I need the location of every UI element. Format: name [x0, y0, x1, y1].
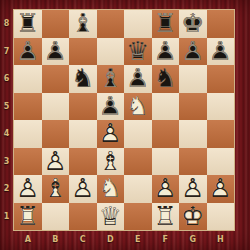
- square-d3[interactable]: ♝♗: [97, 148, 125, 176]
- chess-board: ♜♖♝♗♜♖♚♔♟♙♟♙♛♕♟♙♟♙♟♙♞♘♝♗♟♙♞♘♟♙♞♘♟♙♟♙♝♗♟♙…: [14, 10, 234, 230]
- square-e5[interactable]: ♞♘: [124, 93, 152, 121]
- square-a2[interactable]: ♟♙: [14, 175, 42, 203]
- piece-black-king[interactable]: ♚♔: [179, 10, 207, 38]
- piece-outline: ♙: [16, 175, 39, 203]
- piece-glyph: ♟: [181, 175, 204, 203]
- piece-white-pawn[interactable]: ♟♙: [69, 175, 97, 203]
- rank-label-6: 6: [0, 65, 13, 93]
- square-f5[interactable]: [152, 93, 180, 121]
- square-b3[interactable]: ♟♙: [42, 148, 70, 176]
- piece-outline: ♖: [154, 203, 177, 231]
- piece-outline: ♙: [16, 38, 39, 66]
- piece-black-rook[interactable]: ♜♖: [152, 10, 180, 38]
- square-b1[interactable]: [42, 203, 70, 231]
- piece-outline: ♗: [44, 175, 67, 203]
- square-a1[interactable]: ♜♖: [14, 203, 42, 231]
- piece-outline: ♗: [99, 65, 122, 93]
- piece-glyph: ♟: [16, 175, 39, 203]
- square-a5[interactable]: [14, 93, 42, 121]
- piece-outline: ♙: [71, 175, 94, 203]
- piece-glyph: ♞: [99, 175, 122, 203]
- piece-glyph: ♜: [154, 203, 177, 231]
- square-g1[interactable]: ♚♔: [179, 203, 207, 231]
- square-f3[interactable]: [152, 148, 180, 176]
- board-edge: ♜♖♝♗♜♖♚♔♟♙♟♙♛♕♟♙♟♙♟♙♞♘♝♗♟♙♞♘♟♙♞♘♟♙♟♙♝♗♟♙…: [13, 9, 235, 231]
- square-c8[interactable]: ♝♗: [69, 10, 97, 38]
- file-label-c: C: [69, 231, 97, 248]
- square-f2[interactable]: ♟♙: [152, 175, 180, 203]
- square-e4[interactable]: [124, 120, 152, 148]
- square-b8[interactable]: [42, 10, 70, 38]
- piece-glyph: ♞: [71, 65, 94, 93]
- piece-white-knight[interactable]: ♞♘: [124, 93, 152, 121]
- square-e1[interactable]: [124, 203, 152, 231]
- piece-white-bishop[interactable]: ♝♗: [42, 175, 70, 203]
- square-h7[interactable]: ♟♙: [207, 38, 235, 66]
- piece-glyph: ♟: [44, 38, 67, 66]
- piece-outline: ♔: [181, 10, 204, 38]
- piece-glyph: ♟: [209, 175, 232, 203]
- square-h4[interactable]: [207, 120, 235, 148]
- piece-glyph: ♟: [71, 175, 94, 203]
- piece-outline: ♙: [126, 65, 149, 93]
- square-a3[interactable]: [14, 148, 42, 176]
- rank-label-8: 8: [0, 10, 13, 38]
- square-h6[interactable]: [207, 65, 235, 93]
- piece-black-pawn[interactable]: ♟♙: [97, 93, 125, 121]
- file-label-b: B: [42, 231, 70, 248]
- square-a7[interactable]: ♟♙: [14, 38, 42, 66]
- piece-glyph: ♛: [99, 203, 122, 231]
- file-label-f: F: [152, 231, 180, 248]
- piece-outline: ♘: [154, 65, 177, 93]
- file-label-e: E: [124, 231, 152, 248]
- piece-glyph: ♞: [126, 93, 149, 121]
- square-c4[interactable]: [69, 120, 97, 148]
- piece-outline: ♕: [99, 203, 122, 231]
- square-b5[interactable]: [42, 93, 70, 121]
- square-e6[interactable]: ♟♙: [124, 65, 152, 93]
- piece-glyph: ♞: [154, 65, 177, 93]
- piece-white-pawn[interactable]: ♟♙: [179, 175, 207, 203]
- square-f6[interactable]: ♞♘: [152, 65, 180, 93]
- file-labels: ABCDEFGH: [14, 231, 234, 248]
- piece-white-pawn[interactable]: ♟♙: [152, 175, 180, 203]
- square-e8[interactable]: [124, 10, 152, 38]
- square-d6[interactable]: ♝♗: [97, 65, 125, 93]
- piece-white-pawn[interactable]: ♟♙: [207, 175, 235, 203]
- piece-outline: ♙: [99, 93, 122, 121]
- piece-glyph: ♟: [126, 65, 149, 93]
- piece-outline: ♙: [209, 38, 232, 66]
- piece-outline: ♙: [209, 175, 232, 203]
- piece-black-knight[interactable]: ♞♘: [152, 65, 180, 93]
- piece-black-rook[interactable]: ♜♖: [14, 10, 42, 38]
- square-e3[interactable]: [124, 148, 152, 176]
- piece-outline: ♘: [71, 65, 94, 93]
- square-f1[interactable]: ♜♖: [152, 203, 180, 231]
- piece-outline: ♙: [181, 38, 204, 66]
- square-e2[interactable]: [124, 175, 152, 203]
- piece-glyph: ♝: [99, 148, 122, 176]
- square-d1[interactable]: ♛♕: [97, 203, 125, 231]
- rank-label-7: 7: [0, 38, 13, 66]
- piece-glyph: ♝: [44, 175, 67, 203]
- square-b4[interactable]: [42, 120, 70, 148]
- square-f4[interactable]: [152, 120, 180, 148]
- piece-white-queen[interactable]: ♛♕: [97, 203, 125, 231]
- piece-white-bishop[interactable]: ♝♗: [97, 148, 125, 176]
- piece-glyph: ♟: [44, 148, 67, 176]
- piece-glyph: ♜: [16, 10, 39, 38]
- square-b7[interactable]: ♟♙: [42, 38, 70, 66]
- square-a8[interactable]: ♜♖: [14, 10, 42, 38]
- rank-label-3: 3: [0, 148, 13, 176]
- piece-black-pawn[interactable]: ♟♙: [152, 38, 180, 66]
- square-g2[interactable]: ♟♙: [179, 175, 207, 203]
- square-c6[interactable]: ♞♘: [69, 65, 97, 93]
- piece-glyph: ♟: [154, 175, 177, 203]
- piece-glyph: ♟: [209, 38, 232, 66]
- square-g3[interactable]: [179, 148, 207, 176]
- piece-black-pawn[interactable]: ♟♙: [179, 38, 207, 66]
- piece-white-king[interactable]: ♚♔: [179, 203, 207, 231]
- piece-black-pawn[interactable]: ♟♙: [42, 38, 70, 66]
- square-c3[interactable]: [69, 148, 97, 176]
- piece-outline: ♙: [154, 38, 177, 66]
- square-g8[interactable]: ♚♔: [179, 10, 207, 38]
- piece-black-pawn[interactable]: ♟♙: [124, 65, 152, 93]
- piece-glyph: ♝: [71, 10, 94, 38]
- square-c2[interactable]: ♟♙: [69, 175, 97, 203]
- square-f8[interactable]: ♜♖: [152, 10, 180, 38]
- piece-outline: ♙: [181, 175, 204, 203]
- piece-outline: ♖: [154, 10, 177, 38]
- piece-outline: ♘: [126, 93, 149, 121]
- square-d5[interactable]: ♟♙: [97, 93, 125, 121]
- piece-glyph: ♜: [154, 10, 177, 38]
- piece-white-rook[interactable]: ♜♖: [14, 203, 42, 231]
- square-e7[interactable]: ♛♕: [124, 38, 152, 66]
- piece-black-queen[interactable]: ♛♕: [124, 38, 152, 66]
- piece-outline: ♖: [16, 203, 39, 231]
- piece-glyph: ♟: [99, 120, 122, 148]
- file-label-a: A: [14, 231, 42, 248]
- square-h3[interactable]: [207, 148, 235, 176]
- square-d7[interactable]: [97, 38, 125, 66]
- rank-label-4: 4: [0, 120, 13, 148]
- piece-outline: ♙: [99, 120, 122, 148]
- rank-labels: 87654321: [0, 10, 13, 230]
- piece-white-rook[interactable]: ♜♖: [152, 203, 180, 231]
- square-c7[interactable]: [69, 38, 97, 66]
- square-c5[interactable]: [69, 93, 97, 121]
- rank-label-2: 2: [0, 175, 13, 203]
- piece-glyph: ♜: [16, 203, 39, 231]
- file-label-h: H: [207, 231, 235, 248]
- piece-glyph: ♚: [181, 203, 204, 231]
- piece-outline: ♙: [44, 148, 67, 176]
- piece-outline: ♘: [99, 175, 122, 203]
- square-b2[interactable]: ♝♗: [42, 175, 70, 203]
- square-d2[interactable]: ♞♘: [97, 175, 125, 203]
- piece-outline: ♕: [126, 38, 149, 66]
- rank-label-1: 1: [0, 203, 13, 231]
- piece-white-pawn[interactable]: ♟♙: [14, 175, 42, 203]
- square-d8[interactable]: [97, 10, 125, 38]
- square-h8[interactable]: [207, 10, 235, 38]
- piece-outline: ♙: [44, 38, 67, 66]
- piece-black-knight[interactable]: ♞♘: [69, 65, 97, 93]
- piece-glyph: ♝: [99, 65, 122, 93]
- chess-board-frame: 87654321 ABCDEFGH ♜♖♝♗♜♖♚♔♟♙♟♙♛♕♟♙♟♙♟♙♞♘…: [0, 0, 250, 250]
- file-label-g: G: [179, 231, 207, 248]
- piece-black-bishop[interactable]: ♝♗: [97, 65, 125, 93]
- piece-black-pawn[interactable]: ♟♙: [207, 38, 235, 66]
- square-g4[interactable]: [179, 120, 207, 148]
- piece-glyph: ♚: [181, 10, 204, 38]
- square-g7[interactable]: ♟♙: [179, 38, 207, 66]
- square-f7[interactable]: ♟♙: [152, 38, 180, 66]
- square-h5[interactable]: [207, 93, 235, 121]
- piece-outline: ♙: [154, 175, 177, 203]
- piece-glyph: ♛: [126, 38, 149, 66]
- square-b6[interactable]: [42, 65, 70, 93]
- square-a6[interactable]: [14, 65, 42, 93]
- piece-glyph: ♟: [154, 38, 177, 66]
- piece-white-pawn[interactable]: ♟♙: [42, 148, 70, 176]
- piece-white-knight[interactable]: ♞♘: [97, 175, 125, 203]
- piece-black-bishop[interactable]: ♝♗: [69, 10, 97, 38]
- piece-outline: ♗: [71, 10, 94, 38]
- rank-label-5: 5: [0, 93, 13, 121]
- square-a4[interactable]: [14, 120, 42, 148]
- square-d4[interactable]: ♟♙: [97, 120, 125, 148]
- square-g5[interactable]: [179, 93, 207, 121]
- square-h1[interactable]: [207, 203, 235, 231]
- piece-glyph: ♟: [16, 38, 39, 66]
- piece-outline: ♔: [181, 203, 204, 231]
- piece-glyph: ♟: [99, 93, 122, 121]
- piece-white-pawn[interactable]: ♟♙: [97, 120, 125, 148]
- square-h2[interactable]: ♟♙: [207, 175, 235, 203]
- file-label-d: D: [97, 231, 125, 248]
- piece-glyph: ♟: [181, 38, 204, 66]
- piece-black-pawn[interactable]: ♟♙: [14, 38, 42, 66]
- square-g6[interactable]: [179, 65, 207, 93]
- piece-outline: ♖: [16, 10, 39, 38]
- piece-outline: ♗: [99, 148, 122, 176]
- square-c1[interactable]: [69, 203, 97, 231]
